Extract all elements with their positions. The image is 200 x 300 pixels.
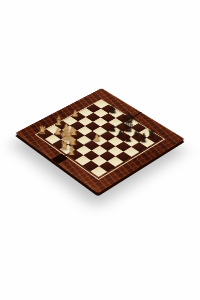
white-pawn: ♟: [91, 133, 102, 142]
chess-board: ♞♚♜♛♟♝♟♟♟♟♟♝♟♞♟♚♞♜♜♝: [15, 88, 185, 193]
black-knight: ♞: [107, 104, 118, 115]
black-pawn: ♟: [122, 135, 133, 144]
product-photo: ♞♚♜♛♟♝♟♟♟♟♟♝♟♞♟♚♞♜♜♝: [0, 0, 200, 300]
white-rook: ♜: [37, 126, 48, 136]
white-pawn: ♟: [69, 109, 80, 118]
white-bishop: ♝: [66, 144, 78, 157]
black-bishop: ♝: [138, 132, 150, 145]
board-grid: ♞♚♜♛♟♝♟♟♟♟♟♝♟♞♟♚♞♜♜♝: [35, 99, 165, 180]
